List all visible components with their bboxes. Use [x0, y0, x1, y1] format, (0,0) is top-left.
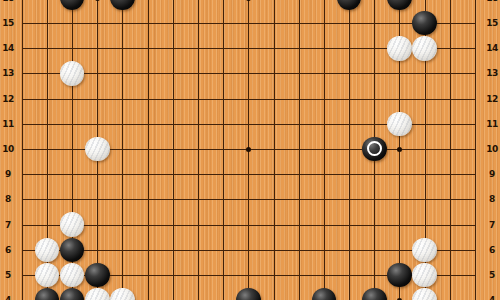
white-stone	[412, 288, 437, 300]
row-label-right: 7	[484, 220, 500, 230]
row-label-left: 13	[0, 68, 16, 78]
white-stone	[35, 263, 60, 288]
row-label-left: 12	[0, 94, 16, 104]
grid-vline	[274, 0, 275, 300]
grid-vline	[198, 0, 199, 300]
white-stone	[85, 288, 110, 300]
row-label-right: 13	[484, 68, 500, 78]
grid-vline	[223, 0, 224, 300]
grid-hline	[22, 199, 476, 200]
black-stone	[387, 263, 412, 288]
grid-vline	[349, 0, 350, 300]
white-stone	[387, 36, 412, 61]
grid-hline	[22, 73, 476, 74]
row-label-left: 16	[0, 0, 16, 3]
row-label-right: 8	[484, 194, 500, 204]
black-stone	[85, 263, 110, 288]
grid-hline	[22, 99, 476, 100]
grid-vline	[450, 0, 451, 300]
row-label-right: 12	[484, 94, 500, 104]
black-stone	[362, 288, 387, 300]
star-point	[246, 147, 251, 152]
row-label-right: 6	[484, 245, 500, 255]
star-point	[95, 0, 100, 1]
row-label-left: 4	[0, 295, 16, 300]
white-stone	[412, 263, 437, 288]
black-stone	[60, 0, 85, 10]
black-stone	[412, 11, 437, 36]
white-stone	[412, 238, 437, 263]
row-label-left: 15	[0, 18, 16, 28]
row-label-left: 14	[0, 43, 16, 53]
black-stone	[337, 0, 362, 10]
grid-hline	[22, 23, 476, 24]
row-label-right: 5	[484, 270, 500, 280]
grid-vline	[299, 0, 300, 300]
black-stone	[110, 0, 135, 10]
row-label-left: 6	[0, 245, 16, 255]
grid-hline	[22, 174, 476, 175]
grid-vline	[173, 0, 174, 300]
grid-vline	[324, 0, 325, 300]
row-label-left: 10	[0, 144, 16, 154]
go-board[interactable]: 1616151514141313121211111010998877665544	[0, 0, 500, 300]
row-label-right: 14	[484, 43, 500, 53]
row-label-left: 7	[0, 220, 16, 230]
black-stone	[236, 288, 261, 300]
last-move-marker	[367, 141, 382, 156]
white-stone	[387, 112, 412, 137]
white-stone	[412, 36, 437, 61]
row-label-right: 10	[484, 144, 500, 154]
grid-vline	[122, 0, 123, 300]
grid-vline	[22, 0, 23, 300]
row-label-left: 11	[0, 119, 16, 129]
row-label-left: 8	[0, 194, 16, 204]
white-stone	[60, 212, 85, 237]
row-label-left: 9	[0, 169, 16, 179]
star-point	[397, 147, 402, 152]
black-stone	[35, 288, 60, 300]
black-stone	[312, 288, 337, 300]
grid-vline	[148, 0, 149, 300]
row-label-left: 5	[0, 270, 16, 280]
star-point	[246, 0, 251, 1]
row-label-right: 4	[484, 295, 500, 300]
black-stone	[387, 0, 412, 10]
grid-hline	[22, 225, 476, 226]
white-stone	[35, 238, 60, 263]
row-label-right: 16	[484, 0, 500, 3]
black-stone	[60, 238, 85, 263]
white-stone	[60, 61, 85, 86]
white-stone	[85, 137, 110, 162]
white-stone	[110, 288, 135, 300]
black-stone	[362, 137, 387, 162]
grid-hline	[22, 250, 476, 251]
white-stone	[60, 263, 85, 288]
grid-vline	[475, 0, 476, 300]
row-label-right: 15	[484, 18, 500, 28]
row-label-right: 9	[484, 169, 500, 179]
row-label-right: 11	[484, 119, 500, 129]
black-stone	[60, 288, 85, 300]
